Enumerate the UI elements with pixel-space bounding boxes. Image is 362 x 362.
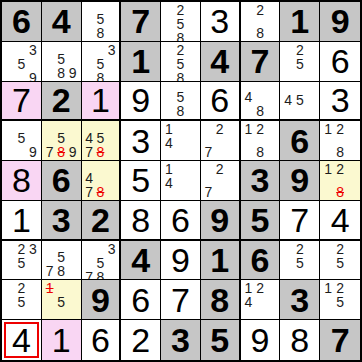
solved-digit-7: 7	[12, 83, 31, 117]
pencil-marks: 589	[42, 42, 81, 81]
pencil-marks: 359	[2, 42, 41, 81]
candidate-2: 2	[175, 3, 187, 17]
candidate-2: 2	[334, 242, 346, 256]
cell-r3c5[interactable]: 27	[201, 121, 241, 161]
pencil-marks: 128	[320, 121, 360, 160]
given-digit-6: 6	[52, 163, 71, 197]
cell-r4c8[interactable]: 128	[320, 161, 360, 201]
given-digit-9: 9	[290, 163, 309, 197]
pencil-marks: 45	[280, 82, 319, 120]
cell-r5c1[interactable]: 3	[42, 201, 82, 241]
pencil-marks: 258	[161, 42, 200, 81]
solved-digit-6: 6	[131, 283, 150, 317]
solved-digit-2: 2	[131, 323, 150, 357]
candidate-2: 2	[294, 43, 306, 57]
solved-digit-5: 5	[131, 163, 150, 197]
candidate-7: 7	[84, 185, 95, 199]
cell-r3c4[interactable]: 14	[161, 121, 201, 161]
candidate-5: 5	[16, 256, 28, 270]
solved-digit-9: 9	[171, 243, 190, 277]
cell-r8c8[interactable]: 7	[320, 320, 360, 360]
candidate-2: 2	[214, 122, 225, 136]
cell-r1c5[interactable]: 4	[201, 42, 241, 82]
cell-r1c3[interactable]: 1	[121, 42, 161, 82]
cell-r4c4[interactable]: 14	[161, 161, 201, 201]
cell-r5c6[interactable]: 5	[241, 201, 281, 241]
cell-r2c7[interactable]: 45	[280, 82, 320, 122]
candidate-8-eliminated: 8	[55, 145, 67, 159]
cell-r2c3[interactable]: 9	[121, 82, 161, 122]
solved-digit-1: 1	[12, 203, 31, 237]
cell-r3c6[interactable]: 128	[241, 121, 281, 161]
candidate-2: 2	[254, 281, 266, 295]
given-digit-9: 9	[210, 203, 229, 237]
solved-digit-3: 3	[331, 83, 350, 117]
candidate-5: 5	[294, 57, 306, 71]
cell-r5c8[interactable]: 4	[320, 201, 360, 241]
candidate-7: 7	[203, 145, 214, 159]
cell-r8c7[interactable]: 8	[280, 320, 320, 360]
cell-r1c7[interactable]: 25	[280, 42, 320, 82]
pencil-marks: 58	[161, 82, 200, 120]
candidate-5: 5	[55, 131, 67, 145]
candidate-2: 2	[254, 122, 266, 136]
cell-r6c2[interactable]: 3578	[82, 241, 122, 281]
candidate-5: 5	[175, 90, 187, 104]
cell-r8c1[interactable]: 1	[42, 320, 82, 360]
cell-r1c6[interactable]: 7	[241, 42, 281, 82]
candidate-2: 2	[214, 162, 225, 176]
candidate-3: 3	[27, 242, 39, 256]
candidate-5: 5	[175, 17, 187, 31]
given-digit-4: 4	[131, 243, 150, 277]
pencil-marks: 48	[241, 82, 280, 120]
cell-r8c2[interactable]: 6	[82, 320, 122, 360]
candidate-5: 5	[334, 295, 346, 309]
candidate-2: 2	[334, 281, 346, 295]
candidate-1: 1	[322, 162, 334, 176]
pencil-marks: 27	[201, 121, 239, 160]
given-digit-1: 1	[210, 243, 229, 277]
cell-r2c6[interactable]: 48	[241, 82, 281, 122]
cell-r6c5[interactable]: 1	[201, 241, 241, 281]
candidate-8: 8	[95, 26, 106, 40]
cell-r8c4[interactable]: 3	[161, 320, 201, 360]
pencil-marks: 478	[82, 161, 120, 200]
sudoku-board: 6458725832819359589358125847256721958648…	[0, 0, 362, 362]
cell-r6c0[interactable]: 235	[2, 241, 42, 281]
cell-r5c2[interactable]: 2	[82, 201, 122, 241]
candidate-3: 3	[106, 43, 117, 57]
solved-digit-1: 1	[52, 323, 71, 357]
cell-r8c5[interactable]: 5	[201, 320, 241, 360]
candidate-1: 1	[163, 122, 175, 136]
cell-r8c3[interactable]: 2	[121, 320, 161, 360]
pencil-marks: 128	[241, 121, 280, 160]
pencil-marks: 5789	[42, 121, 81, 160]
pencil-marks: 59	[2, 121, 41, 160]
given-digit-3: 3	[171, 323, 190, 357]
given-digit-6: 6	[251, 243, 270, 277]
pencil-marks: 27	[201, 161, 239, 200]
cell-r6c1[interactable]: 578	[42, 241, 82, 281]
pencil-marks: 124	[241, 280, 280, 319]
solved-digit-4: 4	[331, 203, 350, 237]
candidate-8: 8	[95, 270, 106, 281]
solved-digit-3: 3	[210, 4, 229, 38]
candidate-5: 5	[16, 57, 28, 71]
given-digit-2: 2	[91, 203, 110, 237]
cell-r3c8[interactable]: 128	[320, 121, 360, 161]
solved-digit-8: 8	[131, 203, 150, 237]
cell-r6c6[interactable]: 6	[241, 241, 281, 281]
candidate-9: 9	[27, 71, 39, 82]
solved-digit-6: 6	[91, 323, 110, 357]
solved-digit-8: 8	[290, 323, 309, 357]
solved-digit-7: 7	[290, 203, 309, 237]
candidate-1: 1	[243, 281, 255, 295]
cell-r5c0[interactable]: 1	[2, 201, 42, 241]
candidate-8: 8	[95, 71, 106, 82]
candidate-5: 5	[95, 131, 106, 145]
candidate-5: 5	[294, 256, 306, 270]
candidate-8: 8	[55, 66, 67, 80]
given-digit-7: 7	[251, 44, 270, 78]
cell-r4c3[interactable]: 5	[121, 161, 161, 201]
candidate-5: 5	[16, 295, 28, 309]
candidate-5: 5	[294, 93, 306, 107]
cell-r0c4[interactable]: 258	[161, 2, 201, 42]
candidate-5: 5	[95, 57, 106, 71]
cell-r2c2[interactable]: 1	[82, 82, 122, 122]
candidate-5: 5	[55, 295, 67, 309]
cell-r5c7[interactable]: 7	[280, 201, 320, 241]
cell-r4c1[interactable]: 6	[42, 161, 82, 201]
given-digit-8: 8	[210, 283, 229, 317]
solved-digit-8: 8	[12, 163, 31, 197]
candidate-2: 2	[16, 281, 28, 295]
candidate-5: 5	[334, 256, 346, 270]
candidate-1: 1	[322, 122, 334, 136]
pencil-marks: 58	[82, 2, 120, 41]
cell-r2c0[interactable]: 7	[2, 82, 42, 122]
cell-r3c7[interactable]: 6	[280, 121, 320, 161]
candidate-4: 4	[163, 136, 175, 150]
pencil-marks: 25	[280, 42, 319, 81]
given-digit-3: 3	[251, 163, 270, 197]
cell-r5c4[interactable]: 6	[161, 201, 201, 241]
cell-r8c6[interactable]: 9	[241, 320, 281, 360]
pencil-marks: 25	[2, 280, 41, 319]
solved-digit-9: 9	[251, 323, 270, 357]
candidate-4: 4	[84, 171, 95, 185]
cell-r1c1[interactable]: 589	[42, 42, 82, 82]
candidate-2: 2	[294, 242, 306, 256]
given-digit-3: 3	[290, 283, 309, 317]
candidate-4: 4	[282, 93, 294, 107]
cell-r7c3[interactable]: 6	[121, 280, 161, 320]
cell-r0c3[interactable]: 7	[121, 2, 161, 42]
candidate-8-eliminated: 8	[95, 145, 106, 159]
cell-r1c8[interactable]: 6	[320, 42, 360, 82]
given-digit-4: 4	[210, 44, 229, 78]
solved-digit-4: 4	[12, 323, 31, 357]
cell-r2c5[interactable]: 6	[201, 82, 241, 122]
cell-r4c5[interactable]: 27	[201, 161, 241, 201]
pencil-marks: 14	[161, 121, 200, 160]
candidate-4: 4	[243, 90, 255, 104]
candidate-8-eliminated: 8	[334, 185, 346, 199]
cell-r5c3[interactable]: 8	[121, 201, 161, 241]
cell-r7c6[interactable]: 124	[241, 280, 281, 320]
candidate-5: 5	[55, 52, 67, 66]
cell-r7c5[interactable]: 8	[201, 280, 241, 320]
candidate-2: 2	[175, 43, 187, 57]
pencil-marks: 358	[82, 42, 120, 81]
cell-r0c0[interactable]: 6	[2, 2, 42, 42]
pencil-marks: 128	[320, 161, 360, 200]
candidate-8-eliminated: 8	[95, 185, 106, 199]
candidate-5: 5	[16, 131, 28, 145]
cell-r6c7[interactable]: 25	[280, 241, 320, 281]
cell-r7c1[interactable]: 15	[42, 280, 82, 320]
given-digit-1: 1	[290, 4, 309, 38]
cell-r6c8[interactable]: 25	[320, 241, 360, 281]
solved-digit-3: 3	[131, 124, 150, 158]
cell-r7c4[interactable]: 7	[161, 280, 201, 320]
candidate-7: 7	[44, 145, 56, 159]
cell-r6c3[interactable]: 4	[121, 241, 161, 281]
cell-r0c8[interactable]: 9	[320, 2, 360, 42]
cell-r4c0[interactable]: 8	[2, 161, 42, 201]
given-digit-1: 1	[131, 44, 150, 78]
given-digit-5: 5	[251, 203, 270, 237]
given-digit-7: 7	[131, 4, 150, 38]
cell-r1c2[interactable]: 358	[82, 42, 122, 82]
candidate-2: 2	[254, 3, 266, 17]
cell-r6c4[interactable]: 9	[161, 241, 201, 281]
cell-r3c1[interactable]: 5789	[42, 121, 82, 161]
candidate-2: 2	[334, 162, 346, 176]
candidate-5: 5	[55, 250, 67, 264]
cell-r0c7[interactable]: 1	[280, 2, 320, 42]
solved-digit-1: 1	[91, 83, 110, 117]
cell-r7c2[interactable]: 9	[82, 280, 122, 320]
candidate-8: 8	[175, 71, 187, 82]
candidate-9: 9	[67, 145, 79, 159]
cell-r2c8[interactable]: 3	[320, 82, 360, 122]
candidate-8: 8	[55, 264, 67, 278]
pencil-marks: 25	[320, 241, 360, 280]
pencil-marks: 3578	[82, 241, 120, 280]
cell-r2c1[interactable]: 2	[42, 82, 82, 122]
cell-r7c8[interactable]: 125	[320, 280, 360, 320]
pencil-marks: 235	[2, 241, 41, 280]
candidate-5: 5	[175, 57, 187, 71]
candidate-1: 1	[163, 162, 175, 176]
candidate-4: 4	[163, 176, 175, 190]
pencil-marks: 125	[320, 280, 360, 319]
cell-r0c5[interactable]: 3	[201, 2, 241, 42]
cell-r0c2[interactable]: 58	[82, 2, 122, 42]
solved-digit-6: 6	[171, 203, 190, 237]
pencil-marks: 28	[241, 2, 280, 41]
cell-r1c0[interactable]: 359	[2, 42, 42, 82]
given-digit-9: 9	[331, 4, 350, 38]
cell-r5c5[interactable]: 9	[201, 201, 241, 241]
candidate-1: 1	[322, 281, 334, 295]
solved-digit-7: 7	[171, 283, 190, 317]
given-digit-3: 3	[52, 203, 71, 237]
candidate-7: 7	[203, 185, 214, 199]
candidate-1-eliminated: 1	[44, 281, 56, 295]
given-digit-6: 6	[12, 4, 31, 38]
candidate-4: 4	[243, 295, 255, 309]
candidate-3: 3	[106, 242, 117, 256]
cell-r3c2[interactable]: 4578	[82, 121, 122, 161]
candidate-7: 7	[44, 264, 56, 278]
pencil-marks: 15	[42, 280, 81, 319]
candidate-5: 5	[95, 256, 106, 270]
cell-r4c7[interactable]: 9	[280, 161, 320, 201]
cell-r0c6[interactable]: 28	[241, 2, 281, 42]
candidate-8: 8	[254, 104, 266, 118]
solved-digit-6: 6	[331, 44, 350, 78]
given-digit-2: 2	[52, 83, 71, 117]
candidate-7: 7	[84, 145, 95, 159]
candidate-8: 8	[175, 104, 187, 118]
cell-r4c6[interactable]: 3	[241, 161, 281, 201]
cell-r3c0[interactable]: 59	[2, 121, 42, 161]
candidate-3: 3	[27, 43, 39, 57]
pencil-marks: 14	[161, 161, 200, 200]
given-digit-5: 5	[210, 323, 229, 357]
candidate-5: 5	[95, 12, 106, 26]
cell-r3c3[interactable]: 3	[121, 121, 161, 161]
cell-r0c1[interactable]: 4	[42, 2, 82, 42]
pencil-marks: 258	[161, 2, 200, 41]
candidate-4: 4	[84, 131, 95, 145]
cell-r8c0-selected[interactable]: 4	[2, 320, 42, 360]
candidate-1: 1	[243, 122, 255, 136]
cell-r4c2[interactable]: 478	[82, 161, 122, 201]
cell-r7c7[interactable]: 3	[280, 280, 320, 320]
pencil-marks: 578	[42, 241, 81, 280]
given-digit-7: 7	[331, 323, 350, 357]
given-digit-6: 6	[290, 124, 309, 158]
candidate-2: 2	[16, 242, 28, 256]
solved-digit-6: 6	[210, 83, 229, 117]
candidate-9: 9	[27, 145, 39, 159]
candidate-2: 2	[334, 122, 346, 136]
given-digit-4: 4	[52, 4, 71, 38]
cell-r1c4[interactable]: 258	[161, 42, 201, 82]
solved-digit-9: 9	[131, 83, 150, 117]
candidate-8: 8	[254, 145, 266, 159]
candidate-8: 8	[254, 26, 266, 40]
candidate-7: 7	[84, 270, 95, 281]
given-digit-9: 9	[91, 283, 110, 317]
candidate-8: 8	[175, 31, 187, 42]
cell-r7c0[interactable]: 25	[2, 280, 42, 320]
pencil-marks: 4578	[82, 121, 120, 160]
pencil-marks: 25	[280, 241, 319, 280]
candidate-9: 9	[67, 66, 79, 80]
candidate-8: 8	[334, 145, 346, 159]
cell-r2c4[interactable]: 58	[161, 82, 201, 122]
